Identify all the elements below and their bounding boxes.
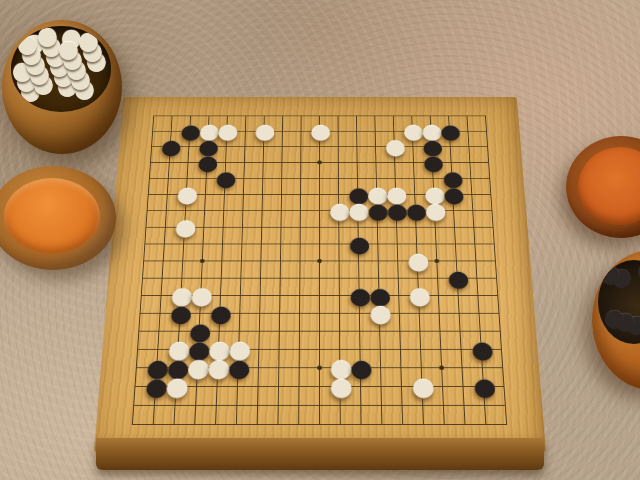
intersection-S8[interactable] bbox=[468, 287, 489, 305]
intersection-F18[interactable] bbox=[236, 124, 255, 139]
intersection-C18[interactable]: ● bbox=[180, 124, 199, 139]
intersection-R8[interactable] bbox=[448, 287, 469, 305]
black-stone-O13[interactable]: ● bbox=[386, 203, 406, 219]
black-stone-C18[interactable]: ● bbox=[180, 124, 199, 139]
white-stone-C12[interactable]: ● bbox=[174, 219, 194, 236]
intersection-J10[interactable] bbox=[290, 252, 310, 269]
intersection-S12[interactable] bbox=[464, 219, 484, 236]
intersection-L3[interactable]: ● bbox=[330, 377, 351, 396]
intersection-G8[interactable] bbox=[250, 287, 270, 305]
intersection-H18[interactable] bbox=[273, 124, 292, 139]
intersection-K11[interactable] bbox=[310, 236, 329, 253]
intersection-L16[interactable] bbox=[329, 155, 348, 171]
black-stone-E7[interactable]: ● bbox=[209, 304, 230, 322]
intersection-R7[interactable] bbox=[449, 304, 470, 322]
intersection-A13[interactable] bbox=[137, 203, 157, 219]
intersection-D13[interactable] bbox=[195, 203, 215, 219]
intersection-A11[interactable] bbox=[135, 236, 156, 253]
intersection-A2[interactable] bbox=[123, 396, 145, 415]
intersection-B11[interactable] bbox=[154, 236, 174, 253]
black-stone-Q16[interactable]: ● bbox=[423, 155, 443, 171]
intersection-P12[interactable] bbox=[406, 219, 426, 236]
intersection-N17[interactable] bbox=[366, 139, 385, 155]
intersection-B1[interactable] bbox=[142, 415, 164, 434]
intersection-S11[interactable] bbox=[465, 236, 485, 253]
intersection-M17[interactable] bbox=[347, 139, 366, 155]
intersection-N6[interactable] bbox=[370, 322, 390, 340]
intersection-Q10[interactable] bbox=[427, 252, 447, 269]
intersection-D8[interactable]: ● bbox=[190, 287, 211, 305]
intersection-T8[interactable] bbox=[487, 287, 508, 305]
intersection-Q13[interactable]: ● bbox=[425, 203, 445, 219]
intersection-T5[interactable] bbox=[491, 340, 512, 358]
intersection-K12[interactable] bbox=[310, 219, 329, 236]
intersection-J2[interactable] bbox=[288, 396, 309, 415]
black-stone-F4[interactable]: ● bbox=[228, 359, 249, 378]
intersection-A9[interactable] bbox=[132, 270, 153, 287]
intersection-F14[interactable] bbox=[234, 186, 254, 202]
intersection-H6[interactable] bbox=[269, 322, 289, 340]
intersection-C16[interactable] bbox=[178, 155, 198, 171]
intersection-T10[interactable] bbox=[485, 252, 506, 269]
intersection-O2[interactable] bbox=[392, 396, 413, 415]
black-stone-P13[interactable]: ● bbox=[405, 203, 425, 219]
intersection-H8[interactable] bbox=[270, 287, 290, 305]
intersection-L12[interactable] bbox=[329, 219, 348, 236]
black-stone-N13[interactable]: ● bbox=[367, 203, 387, 219]
intersection-H16[interactable] bbox=[272, 155, 291, 171]
intersection-A10[interactable] bbox=[133, 252, 154, 269]
intersection-J16[interactable] bbox=[291, 155, 310, 171]
intersection-P8[interactable]: ● bbox=[408, 287, 428, 305]
intersection-F15[interactable] bbox=[234, 170, 253, 186]
intersection-N1[interactable] bbox=[371, 415, 392, 434]
intersection-D10[interactable] bbox=[192, 252, 212, 269]
intersection-B19[interactable] bbox=[162, 108, 181, 123]
white-stone-C3[interactable]: ● bbox=[165, 377, 187, 396]
intersection-R6[interactable] bbox=[450, 322, 471, 340]
intersection-T13[interactable] bbox=[482, 203, 502, 219]
intersection-J19[interactable] bbox=[292, 108, 311, 123]
intersection-O19[interactable] bbox=[384, 108, 403, 123]
intersection-H5[interactable] bbox=[269, 340, 289, 358]
intersection-B13[interactable] bbox=[156, 203, 176, 219]
intersection-H17[interactable] bbox=[273, 139, 292, 155]
intersection-R13[interactable] bbox=[444, 203, 464, 219]
intersection-H14[interactable] bbox=[272, 186, 291, 202]
intersection-G11[interactable] bbox=[251, 236, 271, 253]
intersection-Q2[interactable] bbox=[433, 396, 455, 415]
intersection-J18[interactable] bbox=[292, 124, 311, 139]
intersection-J15[interactable] bbox=[291, 170, 310, 186]
intersection-S2[interactable] bbox=[474, 396, 496, 415]
intersection-O6[interactable] bbox=[390, 322, 411, 340]
intersection-H11[interactable] bbox=[271, 236, 291, 253]
intersection-B6[interactable] bbox=[148, 322, 169, 340]
intersection-S13[interactable] bbox=[463, 203, 483, 219]
black-stone-B3[interactable]: ● bbox=[145, 377, 167, 396]
intersection-O11[interactable] bbox=[387, 236, 407, 253]
intersection-C17[interactable] bbox=[179, 139, 199, 155]
white-stone-C14[interactable]: ● bbox=[176, 186, 196, 202]
intersection-T16[interactable] bbox=[479, 155, 499, 171]
intersection-L11[interactable] bbox=[329, 236, 349, 253]
intersection-S5[interactable]: ● bbox=[471, 340, 492, 358]
intersection-B16[interactable] bbox=[159, 155, 179, 171]
intersection-R5[interactable] bbox=[450, 340, 471, 358]
intersection-B8[interactable] bbox=[151, 287, 172, 305]
intersection-B12[interactable] bbox=[155, 219, 175, 236]
intersection-L2[interactable] bbox=[330, 396, 351, 415]
intersection-Q7[interactable] bbox=[429, 304, 450, 322]
intersection-N2[interactable] bbox=[371, 396, 392, 415]
intersection-J13[interactable] bbox=[291, 203, 310, 219]
intersection-H10[interactable] bbox=[271, 252, 291, 269]
white-stone-M13[interactable]: ● bbox=[348, 203, 367, 219]
white-stone-N7[interactable]: ● bbox=[369, 304, 389, 322]
intersection-K14[interactable] bbox=[310, 186, 329, 202]
intersection-J9[interactable] bbox=[290, 270, 310, 287]
intersection-H12[interactable] bbox=[271, 219, 291, 236]
intersection-O1[interactable] bbox=[392, 415, 413, 434]
intersection-L13[interactable]: ● bbox=[329, 203, 348, 219]
intersection-K16[interactable] bbox=[310, 155, 329, 171]
intersection-G4[interactable] bbox=[248, 359, 269, 378]
intersection-P2[interactable] bbox=[412, 396, 433, 415]
intersection-J14[interactable] bbox=[291, 186, 310, 202]
intersection-G9[interactable] bbox=[250, 270, 270, 287]
intersection-C1[interactable] bbox=[163, 415, 185, 434]
intersection-P5[interactable] bbox=[410, 340, 431, 358]
intersection-S18[interactable] bbox=[458, 124, 477, 139]
intersection-K1[interactable] bbox=[309, 415, 330, 434]
intersection-P13[interactable]: ● bbox=[405, 203, 425, 219]
white-stone-P3[interactable]: ● bbox=[411, 377, 432, 396]
intersection-D1[interactable] bbox=[184, 415, 206, 434]
intersection-E18[interactable]: ● bbox=[217, 124, 236, 139]
intersection-B14[interactable] bbox=[157, 186, 177, 202]
black-stone-D16[interactable]: ● bbox=[197, 155, 217, 171]
white-stone-P8[interactable]: ● bbox=[408, 287, 428, 305]
intersection-E7[interactable]: ● bbox=[209, 304, 230, 322]
intersection-H9[interactable] bbox=[270, 270, 290, 287]
intersection-Q8[interactable] bbox=[428, 287, 449, 305]
intersection-G12[interactable] bbox=[252, 219, 272, 236]
intersection-L18[interactable] bbox=[329, 124, 348, 139]
white-stone-K18[interactable]: ● bbox=[310, 124, 329, 139]
intersection-E2[interactable] bbox=[206, 396, 227, 415]
intersection-J7[interactable] bbox=[290, 304, 310, 322]
intersection-J4[interactable] bbox=[289, 359, 310, 378]
intersection-H19[interactable] bbox=[273, 108, 292, 123]
intersection-G16[interactable] bbox=[254, 155, 273, 171]
black-stone-R9[interactable]: ● bbox=[447, 270, 468, 287]
intersection-B2[interactable] bbox=[143, 396, 165, 415]
intersection-N3[interactable] bbox=[371, 377, 392, 396]
intersection-L6[interactable] bbox=[330, 322, 350, 340]
intersection-K4[interactable] bbox=[309, 359, 329, 378]
intersection-K15[interactable] bbox=[310, 170, 329, 186]
intersection-C2[interactable] bbox=[164, 396, 186, 415]
intersection-H13[interactable] bbox=[271, 203, 290, 219]
intersection-K17[interactable] bbox=[310, 139, 329, 155]
intersection-E17[interactable] bbox=[217, 139, 236, 155]
intersection-Q6[interactable] bbox=[430, 322, 451, 340]
intersection-A4[interactable] bbox=[125, 359, 147, 378]
intersection-N18[interactable] bbox=[366, 124, 385, 139]
intersection-O12[interactable] bbox=[387, 219, 407, 236]
intersection-S17[interactable] bbox=[459, 139, 479, 155]
intersection-A17[interactable] bbox=[142, 139, 162, 155]
intersection-H7[interactable] bbox=[270, 304, 290, 322]
intersection-D16[interactable]: ● bbox=[197, 155, 217, 171]
intersection-L9[interactable] bbox=[329, 270, 349, 287]
intersection-A6[interactable] bbox=[128, 322, 149, 340]
intersection-K10[interactable] bbox=[310, 252, 330, 269]
intersection-C11[interactable] bbox=[173, 236, 193, 253]
intersection-G15[interactable] bbox=[253, 170, 272, 186]
intersection-T19[interactable] bbox=[476, 108, 495, 123]
intersection-N4[interactable] bbox=[370, 359, 391, 378]
intersection-M18[interactable] bbox=[347, 124, 366, 139]
intersection-O7[interactable] bbox=[389, 304, 409, 322]
intersection-T14[interactable] bbox=[481, 186, 501, 202]
white-stone-O17[interactable]: ● bbox=[385, 139, 404, 155]
intersection-S3[interactable]: ● bbox=[473, 377, 495, 396]
intersection-F1[interactable] bbox=[226, 415, 247, 434]
intersection-R1[interactable] bbox=[454, 415, 476, 434]
intersection-A8[interactable] bbox=[131, 287, 152, 305]
intersection-H1[interactable] bbox=[267, 415, 288, 434]
intersection-S7[interactable] bbox=[469, 304, 490, 322]
intersection-G10[interactable] bbox=[251, 252, 271, 269]
intersection-Q5[interactable] bbox=[430, 340, 451, 358]
intersection-M2[interactable] bbox=[350, 396, 371, 415]
black-stone-B17[interactable]: ● bbox=[160, 139, 180, 155]
intersection-G14[interactable] bbox=[253, 186, 272, 202]
intersection-D15[interactable] bbox=[196, 170, 216, 186]
intersection-M1[interactable] bbox=[351, 415, 372, 434]
intersection-G17[interactable] bbox=[254, 139, 273, 155]
intersection-G7[interactable] bbox=[249, 304, 269, 322]
intersection-C10[interactable] bbox=[172, 252, 192, 269]
intersection-G13[interactable] bbox=[252, 203, 272, 219]
intersection-J6[interactable] bbox=[289, 322, 309, 340]
intersection-A15[interactable] bbox=[139, 170, 159, 186]
intersection-B15[interactable] bbox=[158, 170, 178, 186]
white-stone-G18[interactable]: ● bbox=[254, 124, 273, 139]
intersection-G2[interactable] bbox=[247, 396, 268, 415]
intersection-E3[interactable] bbox=[206, 377, 227, 396]
intersection-A7[interactable] bbox=[129, 304, 150, 322]
intersection-B17[interactable]: ● bbox=[160, 139, 180, 155]
intersection-F16[interactable] bbox=[235, 155, 254, 171]
intersection-G5[interactable] bbox=[249, 340, 270, 358]
intersection-A1[interactable] bbox=[121, 415, 143, 434]
intersection-D2[interactable] bbox=[185, 396, 207, 415]
intersection-F2[interactable] bbox=[226, 396, 247, 415]
intersection-Q16[interactable]: ● bbox=[423, 155, 443, 171]
intersection-H3[interactable] bbox=[268, 377, 289, 396]
intersection-P7[interactable] bbox=[409, 304, 430, 322]
black-stone-S3[interactable]: ● bbox=[473, 377, 495, 396]
intersection-S9[interactable] bbox=[467, 270, 488, 287]
intersection-F4[interactable]: ● bbox=[228, 359, 249, 378]
intersection-M7[interactable] bbox=[349, 304, 369, 322]
white-stone-E18[interactable]: ● bbox=[217, 124, 236, 139]
intersection-K8[interactable] bbox=[310, 287, 330, 305]
intersection-F9[interactable] bbox=[231, 270, 251, 287]
intersection-D12[interactable] bbox=[194, 219, 214, 236]
intersection-M6[interactable] bbox=[350, 322, 370, 340]
intersection-J12[interactable] bbox=[291, 219, 310, 236]
intersection-J8[interactable] bbox=[290, 287, 310, 305]
intersection-G18[interactable]: ● bbox=[254, 124, 273, 139]
intersection-P6[interactable] bbox=[410, 322, 431, 340]
intersection-S14[interactable] bbox=[462, 186, 482, 202]
intersection-H15[interactable] bbox=[272, 170, 291, 186]
intersection-K6[interactable] bbox=[309, 322, 329, 340]
intersection-L8[interactable] bbox=[329, 287, 349, 305]
intersection-H4[interactable] bbox=[268, 359, 289, 378]
intersection-L10[interactable] bbox=[329, 252, 349, 269]
intersection-R9[interactable]: ● bbox=[447, 270, 468, 287]
intersection-R2[interactable] bbox=[453, 396, 475, 415]
intersection-Q3[interactable] bbox=[432, 377, 453, 396]
intersection-R12[interactable] bbox=[444, 219, 464, 236]
intersection-K13[interactable] bbox=[310, 203, 329, 219]
intersection-T7[interactable] bbox=[488, 304, 509, 322]
intersection-C3[interactable]: ● bbox=[165, 377, 187, 396]
intersection-T12[interactable] bbox=[483, 219, 503, 236]
intersection-M16[interactable] bbox=[348, 155, 367, 171]
intersection-K3[interactable] bbox=[309, 377, 330, 396]
intersection-M10[interactable] bbox=[349, 252, 369, 269]
intersection-B7[interactable] bbox=[149, 304, 170, 322]
intersection-F11[interactable] bbox=[232, 236, 252, 253]
intersection-Q1[interactable] bbox=[433, 415, 455, 434]
intersection-K2[interactable] bbox=[309, 396, 330, 415]
black-stone-C7[interactable]: ● bbox=[169, 304, 190, 322]
intersection-N10[interactable] bbox=[368, 252, 388, 269]
black-stone-M11[interactable]: ● bbox=[349, 236, 369, 253]
intersection-T2[interactable] bbox=[494, 396, 516, 415]
intersection-E13[interactable] bbox=[214, 203, 234, 219]
intersection-K18[interactable]: ● bbox=[310, 124, 329, 139]
white-stone-E4[interactable]: ● bbox=[207, 359, 228, 378]
white-stone-L3[interactable]: ● bbox=[330, 377, 351, 396]
intersection-C14[interactable]: ● bbox=[176, 186, 196, 202]
intersection-O17[interactable]: ● bbox=[385, 139, 404, 155]
intersection-A3[interactable] bbox=[124, 377, 146, 396]
intersection-C12[interactable]: ● bbox=[174, 219, 194, 236]
intersection-T1[interactable] bbox=[496, 415, 518, 434]
intersection-O4[interactable] bbox=[391, 359, 412, 378]
intersection-D4[interactable]: ● bbox=[187, 359, 208, 378]
intersection-L17[interactable] bbox=[329, 139, 348, 155]
intersection-F8[interactable] bbox=[230, 287, 250, 305]
intersection-F19[interactable] bbox=[236, 108, 255, 123]
intersection-E15[interactable]: ● bbox=[215, 170, 235, 186]
intersection-T3[interactable] bbox=[493, 377, 515, 396]
white-stone-D4[interactable]: ● bbox=[187, 359, 208, 378]
black-stone-E15[interactable]: ● bbox=[215, 170, 235, 186]
intersection-P10[interactable]: ● bbox=[407, 252, 427, 269]
intersection-N11[interactable] bbox=[368, 236, 388, 253]
intersection-A19[interactable] bbox=[144, 108, 163, 123]
white-stone-Q13[interactable]: ● bbox=[425, 203, 445, 219]
intersection-A14[interactable] bbox=[138, 186, 158, 202]
intersection-F13[interactable] bbox=[233, 203, 253, 219]
intersection-J3[interactable] bbox=[289, 377, 310, 396]
intersection-D3[interactable] bbox=[186, 377, 207, 396]
intersection-S1[interactable] bbox=[475, 415, 497, 434]
intersection-E11[interactable] bbox=[212, 236, 232, 253]
intersection-R4[interactable] bbox=[451, 359, 472, 378]
intersection-D14[interactable] bbox=[195, 186, 215, 202]
intersection-N16[interactable] bbox=[366, 155, 385, 171]
intersection-E10[interactable] bbox=[212, 252, 232, 269]
intersection-N7[interactable]: ● bbox=[369, 304, 389, 322]
intersection-O3[interactable] bbox=[391, 377, 412, 396]
intersection-O10[interactable] bbox=[388, 252, 408, 269]
intersection-M13[interactable]: ● bbox=[348, 203, 367, 219]
intersection-C7[interactable]: ● bbox=[169, 304, 190, 322]
intersection-F12[interactable] bbox=[232, 219, 252, 236]
intersection-T17[interactable] bbox=[478, 139, 498, 155]
intersection-F10[interactable] bbox=[231, 252, 251, 269]
intersection-F3[interactable] bbox=[227, 377, 248, 396]
intersection-R11[interactable] bbox=[445, 236, 465, 253]
intersection-G6[interactable] bbox=[249, 322, 269, 340]
intersection-T11[interactable] bbox=[484, 236, 505, 253]
white-stone-L13[interactable]: ● bbox=[329, 203, 348, 219]
intersection-P16[interactable] bbox=[404, 155, 423, 171]
intersection-E14[interactable] bbox=[215, 186, 235, 202]
intersection-K5[interactable] bbox=[309, 340, 329, 358]
intersection-P17[interactable] bbox=[403, 139, 422, 155]
intersection-G1[interactable] bbox=[246, 415, 267, 434]
intersection-D11[interactable] bbox=[193, 236, 213, 253]
intersection-L19[interactable] bbox=[329, 108, 348, 123]
intersection-M3[interactable] bbox=[350, 377, 371, 396]
intersection-E12[interactable] bbox=[213, 219, 233, 236]
intersection-B3[interactable]: ● bbox=[145, 377, 167, 396]
intersection-T15[interactable] bbox=[480, 170, 500, 186]
intersection-E9[interactable] bbox=[211, 270, 231, 287]
intersection-L7[interactable] bbox=[329, 304, 349, 322]
intersection-K7[interactable] bbox=[310, 304, 330, 322]
intersection-J1[interactable] bbox=[288, 415, 309, 434]
intersection-A12[interactable] bbox=[136, 219, 156, 236]
intersection-R3[interactable] bbox=[452, 377, 474, 396]
intersection-A16[interactable] bbox=[141, 155, 161, 171]
intersection-J17[interactable] bbox=[291, 139, 310, 155]
intersection-F7[interactable] bbox=[229, 304, 249, 322]
intersection-T9[interactable] bbox=[486, 270, 507, 287]
white-stone-P10[interactable]: ● bbox=[407, 252, 427, 269]
intersection-M11[interactable]: ● bbox=[349, 236, 369, 253]
intersection-B10[interactable] bbox=[153, 252, 174, 269]
intersection-L1[interactable] bbox=[330, 415, 351, 434]
intersection-J5[interactable] bbox=[289, 340, 309, 358]
intersection-A18[interactable] bbox=[143, 124, 163, 139]
intersection-N13[interactable]: ● bbox=[367, 203, 387, 219]
intersection-F17[interactable] bbox=[235, 139, 254, 155]
white-stone-D8[interactable]: ● bbox=[190, 287, 211, 305]
intersection-A5[interactable] bbox=[127, 340, 148, 358]
intersection-B9[interactable] bbox=[152, 270, 173, 287]
